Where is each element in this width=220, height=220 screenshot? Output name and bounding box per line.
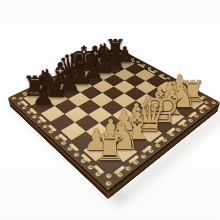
brass-stud	[11, 96, 17, 99]
brass-stud	[67, 146, 74, 151]
brass-stud	[125, 55, 130, 57]
brass-stud	[181, 123, 187, 127]
board	[8, 47, 220, 190]
brass-stud	[27, 110, 33, 114]
brass-stud	[198, 110, 204, 114]
brass-stud	[51, 78, 56, 81]
brass-stud	[193, 114, 199, 118]
brass-stud	[140, 153, 147, 158]
brass-stud	[107, 52, 112, 54]
brass-stud	[22, 106, 28, 110]
brass-stud	[132, 159, 139, 164]
brass-stud	[105, 180, 112, 186]
brass-stud	[154, 70, 159, 73]
brass-stud	[58, 74, 63, 77]
brass-stud	[166, 77, 171, 80]
brass-stud	[147, 148, 154, 153]
brass-stud	[187, 118, 193, 122]
brass-stud	[44, 81, 49, 84]
brass-stud	[131, 57, 136, 60]
border-inlay	[128, 155, 139, 164]
brass-stud	[29, 88, 34, 91]
brass-stud	[175, 127, 181, 131]
brass-stud	[18, 96, 24, 100]
brass-stud	[136, 60, 141, 63]
brass-stud	[154, 142, 161, 147]
brass-stud	[186, 87, 191, 90]
brass-stud	[37, 119, 43, 123]
brass-stud	[114, 48, 119, 50]
brass-stud	[21, 91, 26, 94]
brass-stud	[87, 164, 94, 170]
brass-stud	[61, 140, 68, 145]
brass-stud	[116, 171, 123, 177]
brass-stud	[49, 129, 55, 133]
brass-stud	[43, 124, 49, 128]
brass-stud	[124, 165, 131, 171]
brass-stud	[211, 100, 217, 104]
brass-stud	[120, 52, 125, 54]
chess-set-photo: ♜♞♟♝♟♚♟♛♟♝♟♞♟♟♜♟♟♜♟♟♞♟♝♟♚♟♛♟♝♟♞♜	[0, 0, 220, 220]
brass-stud	[71, 68, 76, 71]
brass-stud	[201, 95, 207, 98]
border-inlay	[113, 165, 125, 174]
brass-stud	[101, 54, 106, 56]
brass-stud	[160, 73, 165, 76]
brass-stud	[32, 115, 38, 119]
brass-stud	[73, 152, 80, 157]
brass-stud	[84, 62, 89, 65]
brass-stud	[142, 63, 147, 66]
brass-stud	[54, 135, 60, 140]
brass-stud	[204, 105, 210, 109]
brass-stud	[95, 57, 100, 60]
brass-stud	[193, 91, 199, 94]
brass-stud	[37, 84, 42, 87]
brass-stud	[168, 132, 174, 137]
brass-stud	[161, 137, 168, 142]
brass-stud	[90, 60, 95, 63]
brass-stud	[173, 80, 178, 83]
border-inlay	[94, 164, 105, 173]
brass-stud	[64, 71, 69, 74]
border-inlay	[188, 111, 197, 117]
brass-stud	[80, 158, 87, 163]
border-inlay	[21, 100, 29, 106]
brass-stud	[95, 171, 102, 177]
brass-stud	[179, 84, 184, 87]
brass-stud	[77, 65, 82, 68]
brass-stud	[203, 100, 209, 104]
brass-stud	[148, 67, 153, 70]
brass-stud	[105, 172, 112, 178]
brass-stud	[17, 101, 23, 105]
